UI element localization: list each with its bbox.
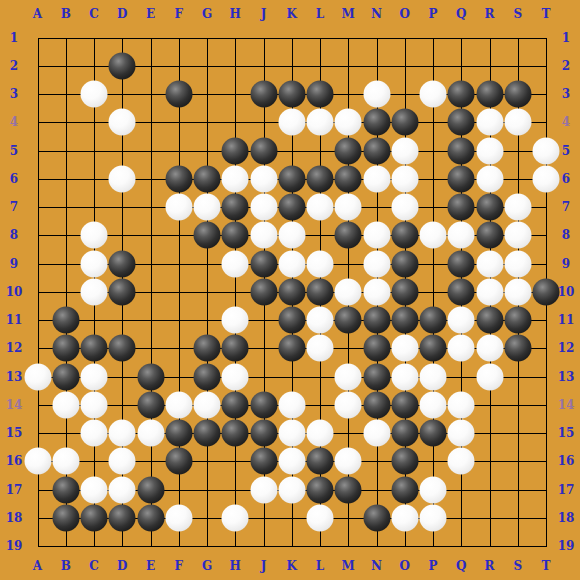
stone-J10-black bbox=[250, 278, 277, 305]
stone-E13-black bbox=[137, 363, 164, 390]
stone-G14-white bbox=[194, 391, 221, 418]
stone-O13-white bbox=[391, 363, 418, 390]
stone-L10-black bbox=[307, 278, 334, 305]
stone-O5-white bbox=[391, 137, 418, 164]
row-label-right-16: 16 bbox=[558, 454, 575, 468]
stone-D2-black bbox=[109, 52, 136, 79]
stone-F7-white bbox=[165, 194, 192, 221]
stone-B11-black bbox=[52, 307, 79, 334]
stone-C15-white bbox=[81, 420, 108, 447]
stone-Q6-black bbox=[448, 165, 475, 192]
stone-D12-black bbox=[109, 335, 136, 362]
stone-Q11-white bbox=[448, 307, 475, 334]
stone-H5-black bbox=[222, 137, 249, 164]
row-label-right-8: 8 bbox=[562, 228, 570, 242]
stone-K12-black bbox=[278, 335, 305, 362]
stone-L16-black bbox=[307, 448, 334, 475]
row-label-right-6: 6 bbox=[562, 172, 570, 186]
stone-T10-black bbox=[533, 278, 560, 305]
stone-K14-white bbox=[278, 391, 305, 418]
stone-K8-white bbox=[278, 222, 305, 249]
stone-K3-black bbox=[278, 81, 305, 108]
stone-J14-black bbox=[250, 391, 277, 418]
stone-K10-black bbox=[278, 278, 305, 305]
stone-H11-white bbox=[222, 307, 249, 334]
stone-B18-black bbox=[52, 504, 79, 531]
row-label-right-18: 18 bbox=[558, 511, 575, 525]
stone-B14-white bbox=[52, 391, 79, 418]
row-label-right-17: 17 bbox=[558, 483, 575, 497]
stone-Q3-black bbox=[448, 81, 475, 108]
stone-L12-white bbox=[307, 335, 334, 362]
row-label-left-15: 15 bbox=[6, 426, 23, 440]
row-label-right-10: 10 bbox=[558, 285, 575, 299]
col-label-bottom-E: E bbox=[146, 559, 155, 573]
col-label-bottom-S: S bbox=[513, 559, 522, 573]
stone-R7-black bbox=[476, 194, 503, 221]
stone-R10-white bbox=[476, 278, 503, 305]
stone-J7-white bbox=[250, 194, 277, 221]
stone-S10-white bbox=[504, 278, 531, 305]
stone-N12-black bbox=[363, 335, 390, 362]
stone-R12-white bbox=[476, 335, 503, 362]
stone-L7-white bbox=[307, 194, 334, 221]
stone-M14-white bbox=[335, 391, 362, 418]
row-label-left-12: 12 bbox=[6, 341, 23, 355]
col-label-bottom-M: M bbox=[342, 559, 355, 573]
row-label-right-2: 2 bbox=[562, 59, 570, 73]
stone-J9-black bbox=[250, 250, 277, 277]
stone-R13-white bbox=[476, 363, 503, 390]
col-label-bottom-F: F bbox=[174, 559, 183, 573]
col-label-bottom-P: P bbox=[428, 559, 437, 573]
stone-J16-black bbox=[250, 448, 277, 475]
stone-Q12-white bbox=[448, 335, 475, 362]
col-label-top-O: O bbox=[400, 7, 410, 21]
stone-P12-black bbox=[420, 335, 447, 362]
col-label-bottom-N: N bbox=[371, 559, 382, 573]
stone-N10-white bbox=[363, 278, 390, 305]
stone-K9-white bbox=[278, 250, 305, 277]
stone-M11-black bbox=[335, 307, 362, 334]
stone-C8-white bbox=[81, 222, 108, 249]
stone-P11-black bbox=[420, 307, 447, 334]
stone-D4-white bbox=[109, 109, 136, 136]
stone-N18-black bbox=[363, 504, 390, 531]
stone-C3-white bbox=[81, 81, 108, 108]
stone-J6-white bbox=[250, 165, 277, 192]
stone-O10-black bbox=[391, 278, 418, 305]
col-label-top-R: R bbox=[485, 7, 495, 21]
stone-N4-black bbox=[363, 109, 390, 136]
stone-B13-black bbox=[52, 363, 79, 390]
stone-S9-white bbox=[504, 250, 531, 277]
stone-G6-black bbox=[194, 165, 221, 192]
stone-O14-black bbox=[391, 391, 418, 418]
row-label-left-5: 5 bbox=[10, 144, 18, 158]
stone-P15-black bbox=[420, 420, 447, 447]
stone-O4-black bbox=[391, 109, 418, 136]
stone-L17-black bbox=[307, 476, 334, 503]
stone-Q15-white bbox=[448, 420, 475, 447]
col-label-bottom-K: K bbox=[287, 559, 297, 573]
stone-Q9-black bbox=[448, 250, 475, 277]
stone-M16-white bbox=[335, 448, 362, 475]
row-label-left-10: 10 bbox=[6, 285, 23, 299]
col-label-top-H: H bbox=[230, 7, 241, 21]
stone-A13-white bbox=[24, 363, 51, 390]
stone-Q7-black bbox=[448, 194, 475, 221]
stone-M6-black bbox=[335, 165, 362, 192]
stone-S11-black bbox=[504, 307, 531, 334]
stone-M17-black bbox=[335, 476, 362, 503]
row-label-left-1: 1 bbox=[10, 31, 18, 45]
col-label-top-T: T bbox=[542, 7, 551, 21]
col-label-bottom-R: R bbox=[485, 559, 495, 573]
row-label-left-4: 4 bbox=[10, 115, 18, 129]
col-label-bottom-G: G bbox=[202, 559, 212, 573]
stone-L11-white bbox=[307, 307, 334, 334]
stone-P8-white bbox=[420, 222, 447, 249]
stone-N9-white bbox=[363, 250, 390, 277]
row-label-left-7: 7 bbox=[10, 200, 18, 214]
stone-H7-black bbox=[222, 194, 249, 221]
stone-S7-white bbox=[504, 194, 531, 221]
stone-F16-black bbox=[165, 448, 192, 475]
stone-C18-black bbox=[81, 504, 108, 531]
stone-S4-white bbox=[504, 109, 531, 136]
stone-N14-black bbox=[363, 391, 390, 418]
stone-Q4-black bbox=[448, 109, 475, 136]
col-label-top-L: L bbox=[316, 7, 324, 21]
row-label-right-13: 13 bbox=[558, 370, 575, 384]
stone-H9-white bbox=[222, 250, 249, 277]
stone-H18-white bbox=[222, 504, 249, 531]
row-label-left-2: 2 bbox=[10, 59, 18, 73]
stone-Q5-black bbox=[448, 137, 475, 164]
stone-M5-black bbox=[335, 137, 362, 164]
stone-Q8-white bbox=[448, 222, 475, 249]
stone-H12-black bbox=[222, 335, 249, 362]
row-label-right-15: 15 bbox=[558, 426, 575, 440]
stone-J8-white bbox=[250, 222, 277, 249]
row-label-left-19: 19 bbox=[6, 539, 23, 553]
row-label-left-17: 17 bbox=[6, 483, 23, 497]
stone-E18-black bbox=[137, 504, 164, 531]
stone-N11-black bbox=[363, 307, 390, 334]
row-label-left-6: 6 bbox=[10, 172, 18, 186]
stone-B16-white bbox=[52, 448, 79, 475]
stone-P13-white bbox=[420, 363, 447, 390]
col-label-top-B: B bbox=[61, 7, 71, 21]
stone-K15-white bbox=[278, 420, 305, 447]
stone-G8-black bbox=[194, 222, 221, 249]
col-label-bottom-D: D bbox=[117, 559, 127, 573]
stone-M7-white bbox=[335, 194, 362, 221]
stone-P17-white bbox=[420, 476, 447, 503]
stone-O8-black bbox=[391, 222, 418, 249]
stone-P14-white bbox=[420, 391, 447, 418]
stone-E17-black bbox=[137, 476, 164, 503]
go-board-screen: AABBCCDDEEFFGGHHJJKKLLMMNNOOPPQQRRSSTT11… bbox=[0, 0, 580, 580]
col-label-bottom-J: J bbox=[261, 559, 267, 573]
stone-D9-black bbox=[109, 250, 136, 277]
stone-C17-white bbox=[81, 476, 108, 503]
stone-R5-white bbox=[476, 137, 503, 164]
stone-H8-black bbox=[222, 222, 249, 249]
stone-K11-black bbox=[278, 307, 305, 334]
row-label-right-9: 9 bbox=[562, 257, 570, 271]
stone-O17-black bbox=[391, 476, 418, 503]
grid-line-vertical bbox=[433, 38, 434, 548]
row-label-right-4: 4 bbox=[562, 115, 570, 129]
row-label-right-3: 3 bbox=[562, 87, 570, 101]
col-label-bottom-B: B bbox=[61, 559, 71, 573]
stone-T5-white bbox=[533, 137, 560, 164]
row-label-right-11: 11 bbox=[558, 313, 575, 327]
stone-E14-black bbox=[137, 391, 164, 418]
stone-D16-white bbox=[109, 448, 136, 475]
stone-L3-black bbox=[307, 81, 334, 108]
col-label-bottom-L: L bbox=[316, 559, 324, 573]
stone-N13-black bbox=[363, 363, 390, 390]
col-label-bottom-H: H bbox=[230, 559, 241, 573]
stone-K17-white bbox=[278, 476, 305, 503]
row-label-left-14: 14 bbox=[6, 398, 23, 412]
stone-B17-black bbox=[52, 476, 79, 503]
col-label-top-M: M bbox=[342, 7, 355, 21]
grid-line-horizontal bbox=[38, 546, 548, 547]
stone-M4-white bbox=[335, 109, 362, 136]
col-label-top-C: C bbox=[89, 7, 99, 21]
stone-J17-white bbox=[250, 476, 277, 503]
stone-G13-black bbox=[194, 363, 221, 390]
stone-O12-white bbox=[391, 335, 418, 362]
stone-D10-black bbox=[109, 278, 136, 305]
stone-S8-white bbox=[504, 222, 531, 249]
stone-C10-white bbox=[81, 278, 108, 305]
col-label-top-A: A bbox=[33, 7, 42, 21]
stone-R8-black bbox=[476, 222, 503, 249]
stone-D15-white bbox=[109, 420, 136, 447]
stone-D17-white bbox=[109, 476, 136, 503]
stone-J5-black bbox=[250, 137, 277, 164]
stone-N6-white bbox=[363, 165, 390, 192]
stone-Q14-white bbox=[448, 391, 475, 418]
col-label-bottom-C: C bbox=[89, 559, 99, 573]
stone-H14-black bbox=[222, 391, 249, 418]
row-label-right-1: 1 bbox=[562, 31, 570, 45]
row-label-left-9: 9 bbox=[10, 257, 18, 271]
row-label-left-8: 8 bbox=[10, 228, 18, 242]
stone-B12-black bbox=[52, 335, 79, 362]
stone-M8-black bbox=[335, 222, 362, 249]
row-label-right-19: 19 bbox=[558, 539, 575, 553]
stone-K16-white bbox=[278, 448, 305, 475]
stone-P3-white bbox=[420, 81, 447, 108]
stone-L15-white bbox=[307, 420, 334, 447]
row-label-left-13: 13 bbox=[6, 370, 23, 384]
col-label-top-N: N bbox=[371, 7, 382, 21]
col-label-top-Q: Q bbox=[456, 7, 466, 21]
stone-O11-black bbox=[391, 307, 418, 334]
stone-H13-white bbox=[222, 363, 249, 390]
row-label-right-12: 12 bbox=[558, 341, 575, 355]
stone-G12-black bbox=[194, 335, 221, 362]
stone-D6-white bbox=[109, 165, 136, 192]
stone-N5-black bbox=[363, 137, 390, 164]
stone-G15-black bbox=[194, 420, 221, 447]
stone-R11-black bbox=[476, 307, 503, 334]
col-label-top-F: F bbox=[174, 7, 183, 21]
col-label-top-S: S bbox=[513, 7, 522, 21]
stone-K4-white bbox=[278, 109, 305, 136]
stone-S3-black bbox=[504, 81, 531, 108]
stone-L6-black bbox=[307, 165, 334, 192]
col-label-bottom-Q: Q bbox=[456, 559, 466, 573]
stone-R4-white bbox=[476, 109, 503, 136]
stone-J15-black bbox=[250, 420, 277, 447]
stone-M10-white bbox=[335, 278, 362, 305]
row-label-right-14: 14 bbox=[558, 398, 575, 412]
stone-Q16-white bbox=[448, 448, 475, 475]
row-label-left-11: 11 bbox=[6, 313, 23, 327]
stone-R6-white bbox=[476, 165, 503, 192]
stone-N3-white bbox=[363, 81, 390, 108]
stone-N8-white bbox=[363, 222, 390, 249]
col-label-top-J: J bbox=[261, 7, 267, 21]
col-label-top-K: K bbox=[287, 7, 297, 21]
stone-H6-white bbox=[222, 165, 249, 192]
stone-K6-black bbox=[278, 165, 305, 192]
stone-Q10-black bbox=[448, 278, 475, 305]
stone-O9-black bbox=[391, 250, 418, 277]
col-label-top-E: E bbox=[146, 7, 155, 21]
stone-F18-white bbox=[165, 504, 192, 531]
stone-A16-white bbox=[24, 448, 51, 475]
grid-line-horizontal bbox=[38, 377, 548, 378]
stone-S12-black bbox=[504, 335, 531, 362]
row-label-right-7: 7 bbox=[562, 200, 570, 214]
row-label-right-5: 5 bbox=[562, 144, 570, 158]
stone-C9-white bbox=[81, 250, 108, 277]
stone-O7-white bbox=[391, 194, 418, 221]
stone-R3-black bbox=[476, 81, 503, 108]
col-label-top-P: P bbox=[428, 7, 437, 21]
stone-D18-black bbox=[109, 504, 136, 531]
stone-L18-white bbox=[307, 504, 334, 531]
stone-C12-black bbox=[81, 335, 108, 362]
stone-K7-black bbox=[278, 194, 305, 221]
stone-P18-white bbox=[420, 504, 447, 531]
stone-T6-white bbox=[533, 165, 560, 192]
row-label-left-18: 18 bbox=[6, 511, 23, 525]
stone-R9-white bbox=[476, 250, 503, 277]
stone-O18-white bbox=[391, 504, 418, 531]
row-label-left-16: 16 bbox=[6, 454, 23, 468]
stone-L4-white bbox=[307, 109, 334, 136]
stone-N15-white bbox=[363, 420, 390, 447]
stone-G7-white bbox=[194, 194, 221, 221]
col-label-bottom-A: A bbox=[33, 559, 42, 573]
col-label-top-G: G bbox=[202, 7, 212, 21]
col-label-bottom-T: T bbox=[542, 559, 551, 573]
stone-M13-white bbox=[335, 363, 362, 390]
row-label-left-3: 3 bbox=[10, 87, 18, 101]
stone-H15-black bbox=[222, 420, 249, 447]
stone-E15-white bbox=[137, 420, 164, 447]
stone-F6-black bbox=[165, 165, 192, 192]
stone-C13-white bbox=[81, 363, 108, 390]
col-label-top-D: D bbox=[117, 7, 127, 21]
stone-C14-white bbox=[81, 391, 108, 418]
stone-L9-white bbox=[307, 250, 334, 277]
stone-O15-black bbox=[391, 420, 418, 447]
stone-F15-black bbox=[165, 420, 192, 447]
stone-J3-black bbox=[250, 81, 277, 108]
col-label-bottom-O: O bbox=[400, 559, 410, 573]
stone-F3-black bbox=[165, 81, 192, 108]
stone-O16-black bbox=[391, 448, 418, 475]
stone-F14-white bbox=[165, 391, 192, 418]
stone-O6-white bbox=[391, 165, 418, 192]
